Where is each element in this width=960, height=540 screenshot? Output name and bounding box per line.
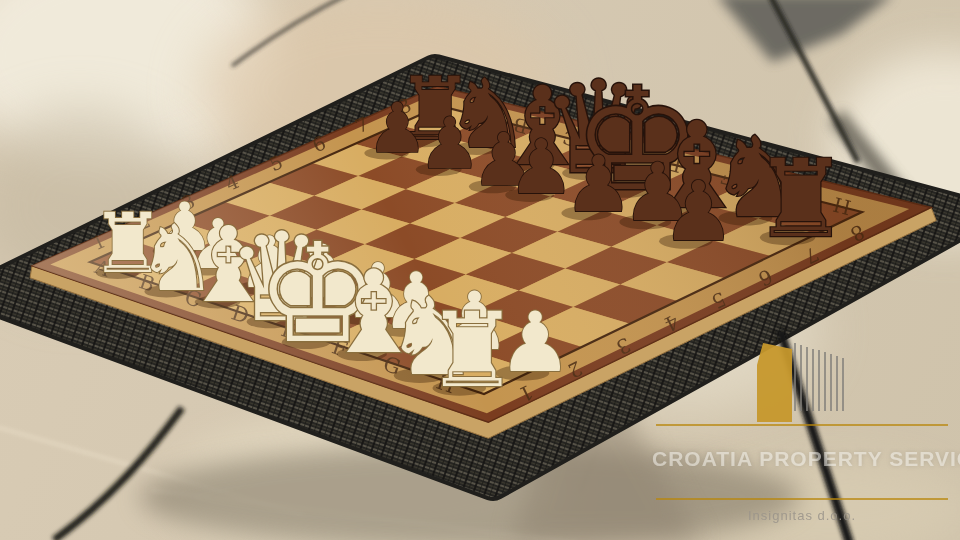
- piece-black-rook-h8: ♜: [753, 136, 849, 261]
- chessboard-photo-svg: A A B B C C D D E E F F G G H H 1 1 2 2 …: [0, 0, 960, 540]
- patio-chess-photo: A A B B C C D D E E F F G G H H 1 1 2 2 …: [0, 0, 960, 540]
- piece-white-rook-h1: ♜: [426, 290, 519, 410]
- table-leg-left: [54, 408, 182, 540]
- chair-blur-shape: [716, 0, 894, 62]
- chair-rod-top-left: [232, 0, 352, 66]
- piece-black-pawn-g7: ♟: [662, 163, 736, 259]
